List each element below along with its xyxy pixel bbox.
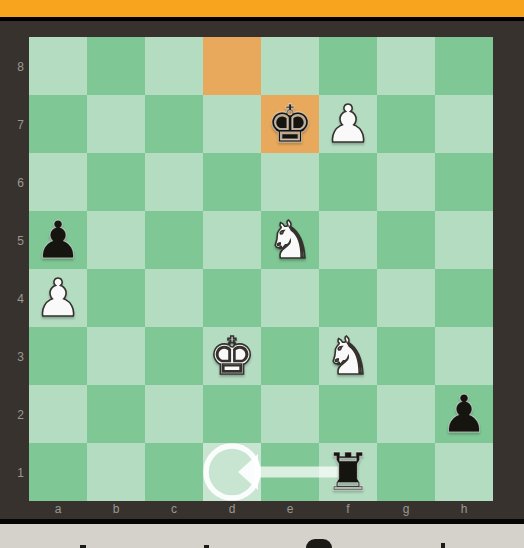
square-d7[interactable] xyxy=(203,95,261,153)
cropped-toolbar-icon[interactable] xyxy=(306,539,332,548)
square-b7[interactable] xyxy=(87,95,145,153)
square-e4[interactable] xyxy=(261,269,319,327)
square-f2[interactable] xyxy=(319,385,377,443)
square-f6[interactable] xyxy=(319,153,377,211)
square-e5[interactable] xyxy=(261,211,319,269)
square-d5[interactable] xyxy=(203,211,261,269)
square-f7[interactable] xyxy=(319,95,377,153)
file-label-a: a xyxy=(29,502,87,517)
square-g6[interactable] xyxy=(377,153,435,211)
square-f3[interactable] xyxy=(319,327,377,385)
square-a8[interactable] xyxy=(29,37,87,95)
square-e1[interactable] xyxy=(261,443,319,501)
rank-label-7: 7 xyxy=(0,95,24,153)
square-g3[interactable] xyxy=(377,327,435,385)
square-g8[interactable] xyxy=(377,37,435,95)
file-label-e: e xyxy=(261,502,319,517)
square-a4[interactable] xyxy=(29,269,87,327)
chess-board xyxy=(29,37,493,501)
square-h5[interactable] xyxy=(435,211,493,269)
square-c1[interactable] xyxy=(145,443,203,501)
square-e6[interactable] xyxy=(261,153,319,211)
top-accent-bar xyxy=(0,0,524,17)
rank-label-2: 2 xyxy=(0,385,24,443)
square-g2[interactable] xyxy=(377,385,435,443)
square-b1[interactable] xyxy=(87,443,145,501)
page: ♚♟♟♞♟♚♞♟♜ 87654321 abcdefgh xyxy=(0,0,524,548)
file-label-b: b xyxy=(87,502,145,517)
square-e2[interactable] xyxy=(261,385,319,443)
square-a1[interactable] xyxy=(29,443,87,501)
square-d6[interactable] xyxy=(203,153,261,211)
square-g5[interactable] xyxy=(377,211,435,269)
square-g1[interactable] xyxy=(377,443,435,501)
square-d1[interactable] xyxy=(203,443,261,501)
square-h2[interactable] xyxy=(435,385,493,443)
file-label-f: f xyxy=(319,502,377,517)
square-c4[interactable] xyxy=(145,269,203,327)
file-label-h: h xyxy=(435,502,493,517)
square-a7[interactable] xyxy=(29,95,87,153)
cropped-toolbar-icon[interactable] xyxy=(441,543,445,548)
square-b6[interactable] xyxy=(87,153,145,211)
square-e8[interactable] xyxy=(261,37,319,95)
square-f1[interactable] xyxy=(319,443,377,501)
square-a2[interactable] xyxy=(29,385,87,443)
square-c8[interactable] xyxy=(145,37,203,95)
square-c2[interactable] xyxy=(145,385,203,443)
square-a5[interactable] xyxy=(29,211,87,269)
file-label-c: c xyxy=(145,502,203,517)
square-g4[interactable] xyxy=(377,269,435,327)
square-d8[interactable] xyxy=(203,37,261,95)
square-b4[interactable] xyxy=(87,269,145,327)
rank-label-8: 8 xyxy=(0,37,24,95)
square-h7[interactable] xyxy=(435,95,493,153)
square-b5[interactable] xyxy=(87,211,145,269)
square-b8[interactable] xyxy=(87,37,145,95)
rank-label-1: 1 xyxy=(0,443,24,501)
square-c6[interactable] xyxy=(145,153,203,211)
square-e7[interactable] xyxy=(261,95,319,153)
square-f5[interactable] xyxy=(319,211,377,269)
rank-label-3: 3 xyxy=(0,327,24,385)
file-label-g: g xyxy=(377,502,435,517)
square-f8[interactable] xyxy=(319,37,377,95)
square-a6[interactable] xyxy=(29,153,87,211)
square-h8[interactable] xyxy=(435,37,493,95)
rank-label-5: 5 xyxy=(0,211,24,269)
square-d2[interactable] xyxy=(203,385,261,443)
file-label-d: d xyxy=(203,502,261,517)
square-d4[interactable] xyxy=(203,269,261,327)
square-g7[interactable] xyxy=(377,95,435,153)
square-c7[interactable] xyxy=(145,95,203,153)
square-c3[interactable] xyxy=(145,327,203,385)
square-c5[interactable] xyxy=(145,211,203,269)
separator-line xyxy=(0,17,524,21)
bottom-toolbar xyxy=(0,524,524,548)
square-a3[interactable] xyxy=(29,327,87,385)
square-h4[interactable] xyxy=(435,269,493,327)
rank-label-6: 6 xyxy=(0,153,24,211)
square-e3[interactable] xyxy=(261,327,319,385)
square-h3[interactable] xyxy=(435,327,493,385)
square-b2[interactable] xyxy=(87,385,145,443)
square-b3[interactable] xyxy=(87,327,145,385)
square-f4[interactable] xyxy=(319,269,377,327)
rank-label-4: 4 xyxy=(0,269,24,327)
square-d3[interactable] xyxy=(203,327,261,385)
square-h1[interactable] xyxy=(435,443,493,501)
square-h6[interactable] xyxy=(435,153,493,211)
